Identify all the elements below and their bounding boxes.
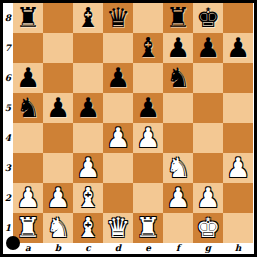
square-f7[interactable]: ♟ (163, 33, 193, 63)
white-pawn-icon: ♟ (166, 183, 190, 213)
square-g8[interactable]: ♚ (193, 3, 223, 33)
white-queen-icon: ♛ (106, 213, 130, 243)
square-g1[interactable]: ♚ (193, 213, 223, 243)
white-pawn-icon: ♟ (136, 123, 160, 153)
black-rook-icon: ♜ (16, 3, 40, 33)
rank-label-5: 5 (3, 93, 13, 123)
black-pawn-icon: ♟ (76, 93, 100, 123)
square-b1[interactable]: ♞ (43, 213, 73, 243)
rank-label-7: 7 (3, 33, 13, 63)
square-d7[interactable] (103, 33, 133, 63)
square-f8[interactable]: ♜ (163, 3, 193, 33)
square-b5[interactable]: ♟ (43, 93, 73, 123)
black-bishop-icon: ♝ (76, 3, 100, 33)
chess-board-window: 87654321 ♜♝♛♜♚♝♟♟♟♟♟♞♞♟♟♟♟♟♟♞♟♟♟♝♟♟♜♞♝♛♜… (0, 0, 257, 257)
black-bishop-icon: ♝ (136, 33, 160, 63)
square-a6[interactable]: ♟ (13, 63, 43, 93)
square-b6[interactable] (43, 63, 73, 93)
square-b8[interactable] (43, 3, 73, 33)
white-pawn-icon: ♟ (76, 153, 100, 183)
square-d8[interactable]: ♛ (103, 3, 133, 33)
square-g6[interactable] (193, 63, 223, 93)
square-c2[interactable]: ♝ (73, 183, 103, 213)
white-pawn-icon: ♟ (226, 153, 250, 183)
white-knight-icon: ♞ (46, 213, 70, 243)
square-c3[interactable]: ♟ (73, 153, 103, 183)
white-bishop-icon: ♝ (76, 183, 100, 213)
square-h6[interactable] (223, 63, 253, 93)
square-h1[interactable] (223, 213, 253, 243)
black-pawn-icon: ♟ (106, 63, 130, 93)
square-e1[interactable]: ♜ (133, 213, 163, 243)
square-d6[interactable]: ♟ (103, 63, 133, 93)
black-king-icon: ♚ (196, 3, 220, 33)
white-king-icon: ♚ (196, 213, 220, 243)
white-pawn-icon: ♟ (106, 123, 130, 153)
square-g2[interactable]: ♟ (193, 183, 223, 213)
square-h2[interactable] (223, 183, 253, 213)
square-f6[interactable]: ♞ (163, 63, 193, 93)
square-d4[interactable]: ♟ (103, 123, 133, 153)
file-label-d: d (103, 243, 133, 254)
square-b4[interactable] (43, 123, 73, 153)
white-pawn-icon: ♟ (196, 183, 220, 213)
black-pawn-icon: ♟ (226, 33, 250, 63)
file-label-e: e (133, 243, 163, 254)
file-label-h: h (223, 243, 253, 254)
square-g4[interactable] (193, 123, 223, 153)
white-bishop-icon: ♝ (76, 213, 100, 243)
rank-labels: 87654321 (3, 3, 13, 243)
square-h7[interactable]: ♟ (223, 33, 253, 63)
file-label-c: c (73, 243, 103, 254)
black-pawn-icon: ♟ (196, 33, 220, 63)
square-g7[interactable]: ♟ (193, 33, 223, 63)
square-f4[interactable] (163, 123, 193, 153)
square-e6[interactable] (133, 63, 163, 93)
rank-label-4: 4 (3, 123, 13, 153)
square-h5[interactable] (223, 93, 253, 123)
square-a7[interactable] (13, 33, 43, 63)
square-g3[interactable] (193, 153, 223, 183)
rank-label-8: 8 (3, 3, 13, 33)
square-d5[interactable] (103, 93, 133, 123)
white-pawn-icon: ♟ (16, 183, 40, 213)
square-f3[interactable]: ♞ (163, 153, 193, 183)
board-layout: 87654321 ♜♝♛♜♚♝♟♟♟♟♟♞♞♟♟♟♟♟♟♞♟♟♟♝♟♟♜♞♝♛♜… (3, 3, 254, 254)
file-label-g: g (193, 243, 223, 254)
white-pawn-icon: ♟ (46, 183, 70, 213)
square-a3[interactable] (13, 153, 43, 183)
white-rook-icon: ♜ (136, 213, 160, 243)
file-label-f: f (163, 243, 193, 254)
square-e8[interactable] (133, 3, 163, 33)
square-c4[interactable] (73, 123, 103, 153)
square-b7[interactable] (43, 33, 73, 63)
square-a8[interactable]: ♜ (13, 3, 43, 33)
square-a5[interactable]: ♞ (13, 93, 43, 123)
square-b2[interactable]: ♟ (43, 183, 73, 213)
square-g5[interactable] (193, 93, 223, 123)
square-c6[interactable] (73, 63, 103, 93)
file-label-b: b (43, 243, 73, 254)
square-e7[interactable]: ♝ (133, 33, 163, 63)
rank-label-6: 6 (3, 63, 13, 93)
square-c7[interactable] (73, 33, 103, 63)
square-d2[interactable] (103, 183, 133, 213)
square-c8[interactable]: ♝ (73, 3, 103, 33)
white-knight-icon: ♞ (166, 153, 190, 183)
chess-board: ♜♝♛♜♚♝♟♟♟♟♟♞♞♟♟♟♟♟♟♞♟♟♟♝♟♟♜♞♝♛♜♚ (13, 3, 253, 243)
black-pawn-icon: ♟ (166, 33, 190, 63)
black-pawn-icon: ♟ (46, 93, 70, 123)
file-labels: abcdefgh (13, 243, 253, 254)
white-rook-icon: ♜ (16, 213, 40, 243)
square-c1[interactable]: ♝ (73, 213, 103, 243)
square-a4[interactable] (13, 123, 43, 153)
square-d3[interactable] (103, 153, 133, 183)
square-e5[interactable]: ♟ (133, 93, 163, 123)
square-b3[interactable] (43, 153, 73, 183)
square-e3[interactable] (133, 153, 163, 183)
black-knight-icon: ♞ (166, 63, 190, 93)
square-f5[interactable] (163, 93, 193, 123)
rank-label-3: 3 (3, 153, 13, 183)
black-to-move-indicator (6, 236, 20, 250)
square-e4[interactable]: ♟ (133, 123, 163, 153)
black-queen-icon: ♛ (106, 3, 130, 33)
black-pawn-icon: ♟ (16, 63, 40, 93)
square-f1[interactable] (163, 213, 193, 243)
square-h8[interactable] (223, 3, 253, 33)
black-knight-icon: ♞ (16, 93, 40, 123)
square-h3[interactable]: ♟ (223, 153, 253, 183)
square-h4[interactable] (223, 123, 253, 153)
rank-label-2: 2 (3, 183, 13, 213)
square-e2[interactable] (133, 183, 163, 213)
square-a2[interactable]: ♟ (13, 183, 43, 213)
square-f2[interactable]: ♟ (163, 183, 193, 213)
black-rook-icon: ♜ (166, 3, 190, 33)
black-pawn-icon: ♟ (136, 93, 160, 123)
square-c5[interactable]: ♟ (73, 93, 103, 123)
square-d1[interactable]: ♛ (103, 213, 133, 243)
